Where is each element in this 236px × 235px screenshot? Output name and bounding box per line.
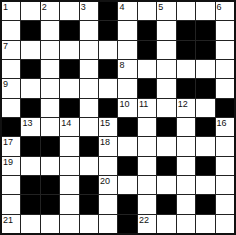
black-cell: [157, 118, 175, 136]
white-cell[interactable]: [41, 157, 59, 175]
black-cell: [60, 60, 78, 78]
white-cell[interactable]: [138, 195, 156, 213]
black-cell: [177, 79, 195, 97]
white-cell[interactable]: 22: [138, 215, 156, 233]
black-cell: [196, 21, 214, 39]
black-cell: [118, 195, 136, 213]
white-cell[interactable]: [2, 60, 20, 78]
white-cell[interactable]: [21, 41, 39, 59]
black-cell: [99, 2, 117, 20]
white-cell[interactable]: 13: [21, 118, 39, 136]
white-cell[interactable]: 11: [138, 99, 156, 117]
white-cell[interactable]: 9: [2, 79, 20, 97]
white-cell[interactable]: [216, 41, 234, 59]
white-cell[interactable]: [216, 60, 234, 78]
black-cell: [41, 195, 59, 213]
white-cell[interactable]: [196, 137, 214, 155]
white-cell[interactable]: [216, 137, 234, 155]
clue-number: 3: [81, 2, 86, 12]
white-cell[interactable]: [216, 21, 234, 39]
white-cell[interactable]: [21, 2, 39, 20]
black-cell: [21, 60, 39, 78]
white-cell[interactable]: [118, 21, 136, 39]
clue-number: 11: [139, 99, 148, 109]
white-cell[interactable]: [60, 195, 78, 213]
white-cell[interactable]: [216, 157, 234, 175]
white-cell[interactable]: [2, 176, 20, 194]
white-cell[interactable]: 14: [60, 118, 78, 136]
clue-number: 13: [22, 118, 32, 128]
white-cell[interactable]: 12: [177, 99, 195, 117]
clue-number: 12: [178, 99, 188, 109]
white-cell[interactable]: [41, 41, 59, 59]
black-cell: [21, 195, 39, 213]
white-cell[interactable]: [196, 60, 214, 78]
white-cell[interactable]: 3: [80, 2, 98, 20]
white-cell[interactable]: [157, 176, 175, 194]
black-cell: [216, 99, 234, 117]
white-cell[interactable]: 18: [99, 137, 117, 155]
white-cell[interactable]: [41, 99, 59, 117]
white-cell[interactable]: [157, 215, 175, 233]
white-cell[interactable]: [177, 60, 195, 78]
white-cell[interactable]: [80, 21, 98, 39]
black-cell: [21, 137, 39, 155]
white-cell[interactable]: [60, 137, 78, 155]
white-cell[interactable]: [41, 215, 59, 233]
white-cell[interactable]: [99, 79, 117, 97]
white-cell[interactable]: [177, 2, 195, 20]
white-cell[interactable]: [177, 215, 195, 233]
black-cell: [21, 99, 39, 117]
white-cell[interactable]: [60, 79, 78, 97]
white-cell[interactable]: [41, 21, 59, 39]
white-cell[interactable]: [80, 41, 98, 59]
white-cell[interactable]: [21, 215, 39, 233]
white-cell[interactable]: [60, 176, 78, 194]
white-cell[interactable]: [2, 99, 20, 117]
white-cell[interactable]: [138, 2, 156, 20]
white-cell[interactable]: 7: [2, 41, 20, 59]
white-cell[interactable]: [216, 195, 234, 213]
white-cell[interactable]: [21, 157, 39, 175]
white-cell[interactable]: [99, 157, 117, 175]
white-cell[interactable]: 8: [118, 60, 136, 78]
white-cell[interactable]: [157, 60, 175, 78]
black-cell: [196, 157, 214, 175]
black-cell: [80, 195, 98, 213]
white-cell[interactable]: [138, 157, 156, 175]
black-cell: [118, 215, 136, 233]
black-cell: [138, 79, 156, 97]
black-cell: [157, 157, 175, 175]
white-cell[interactable]: [177, 137, 195, 155]
white-cell[interactable]: 5: [157, 2, 175, 20]
black-cell: [157, 195, 175, 213]
black-cell: [118, 118, 136, 136]
clue-number: 1: [3, 2, 8, 12]
black-cell: [21, 176, 39, 194]
black-cell: [138, 21, 156, 39]
black-cell: [60, 21, 78, 39]
white-cell[interactable]: [60, 2, 78, 20]
black-cell: [177, 21, 195, 39]
black-cell: [41, 137, 59, 155]
black-cell: [118, 157, 136, 175]
white-cell[interactable]: [80, 60, 98, 78]
white-cell[interactable]: [157, 137, 175, 155]
white-cell[interactable]: [138, 60, 156, 78]
clue-number: 6: [217, 2, 222, 12]
black-cell: [99, 60, 117, 78]
white-cell[interactable]: 21: [2, 215, 20, 233]
white-cell[interactable]: [138, 176, 156, 194]
white-cell[interactable]: [177, 195, 195, 213]
white-cell[interactable]: [60, 157, 78, 175]
white-cell[interactable]: [21, 79, 39, 97]
white-cell[interactable]: [80, 118, 98, 136]
crossword-grid: 12345678910111213141516171819202122: [0, 0, 236, 235]
clue-number: 22: [139, 215, 149, 225]
white-cell[interactable]: 2: [41, 2, 59, 20]
white-cell[interactable]: [196, 2, 214, 20]
white-cell[interactable]: [157, 41, 175, 59]
clue-number: 15: [100, 118, 110, 128]
clue-number: 10: [119, 99, 129, 109]
black-cell: [2, 118, 20, 136]
white-cell[interactable]: [118, 137, 136, 155]
white-cell[interactable]: [216, 215, 234, 233]
white-cell[interactable]: [2, 21, 20, 39]
white-cell[interactable]: [80, 215, 98, 233]
black-cell: [99, 21, 117, 39]
white-cell[interactable]: [80, 99, 98, 117]
white-cell[interactable]: [118, 176, 136, 194]
black-cell: [80, 176, 98, 194]
white-cell[interactable]: 19: [2, 157, 20, 175]
clue-number: 7: [3, 41, 8, 51]
black-cell: [177, 41, 195, 59]
white-cell[interactable]: 10: [118, 99, 136, 117]
clue-number: 21: [3, 215, 13, 225]
white-cell[interactable]: [60, 41, 78, 59]
clue-number: 16: [217, 118, 227, 128]
white-cell[interactable]: [157, 79, 175, 97]
white-cell[interactable]: [118, 79, 136, 97]
clue-number: 18: [100, 137, 110, 147]
clue-number: 5: [158, 2, 163, 12]
white-cell[interactable]: [216, 79, 234, 97]
black-cell: [21, 21, 39, 39]
clue-number: 8: [119, 60, 124, 70]
white-cell[interactable]: [196, 176, 214, 194]
white-cell[interactable]: [2, 195, 20, 213]
white-cell[interactable]: 17: [2, 137, 20, 155]
white-cell[interactable]: [80, 157, 98, 175]
black-cell: [99, 99, 117, 117]
white-cell[interactable]: [177, 157, 195, 175]
white-cell[interactable]: [41, 118, 59, 136]
white-cell[interactable]: [177, 176, 195, 194]
white-cell[interactable]: [196, 215, 214, 233]
clue-number: 19: [3, 157, 13, 167]
white-cell[interactable]: 4: [118, 2, 136, 20]
white-cell[interactable]: [41, 79, 59, 97]
white-cell[interactable]: [41, 60, 59, 78]
white-cell[interactable]: 20: [99, 176, 117, 194]
black-cell: [80, 137, 98, 155]
white-cell[interactable]: [99, 195, 117, 213]
white-cell[interactable]: [118, 41, 136, 59]
white-cell[interactable]: 15: [99, 118, 117, 136]
clue-number: 14: [61, 118, 71, 128]
clue-number: 2: [42, 2, 47, 12]
white-cell[interactable]: [157, 99, 175, 117]
white-cell[interactable]: [80, 79, 98, 97]
white-cell[interactable]: [138, 137, 156, 155]
white-cell[interactable]: [177, 118, 195, 136]
white-cell[interactable]: [138, 118, 156, 136]
white-cell[interactable]: [196, 99, 214, 117]
black-cell: [60, 99, 78, 117]
white-cell[interactable]: 16: [216, 118, 234, 136]
white-cell[interactable]: [157, 21, 175, 39]
white-cell[interactable]: [99, 215, 117, 233]
clue-number: 20: [100, 176, 110, 186]
black-cell: [138, 41, 156, 59]
white-cell[interactable]: [60, 215, 78, 233]
black-cell: [196, 118, 214, 136]
black-cell: [196, 79, 214, 97]
black-cell: [196, 195, 214, 213]
black-cell: [196, 41, 214, 59]
clue-number: 4: [119, 2, 124, 12]
white-cell[interactable]: 6: [216, 2, 234, 20]
clue-number: 17: [3, 137, 13, 147]
clue-number: 9: [3, 79, 8, 89]
white-cell[interactable]: [99, 41, 117, 59]
white-cell[interactable]: [216, 176, 234, 194]
white-cell[interactable]: 1: [2, 2, 20, 20]
black-cell: [41, 176, 59, 194]
